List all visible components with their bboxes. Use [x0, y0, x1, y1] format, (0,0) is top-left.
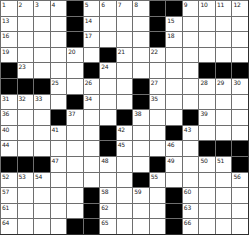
clue-number-2: 2	[19, 1, 23, 8]
clue-number-21: 21	[118, 48, 125, 55]
crossword-cell-r11c5[interactable]	[66, 156, 83, 172]
crossword-cell-r12c1[interactable]: 52	[0, 172, 17, 188]
crossword-cell-r2c7[interactable]	[99, 16, 116, 32]
crossword-cell-r6c5[interactable]	[66, 78, 83, 94]
clue-number-34: 34	[85, 95, 92, 102]
black-cell-r10c13	[198, 140, 215, 156]
crossword-cell-r10c5[interactable]	[66, 140, 83, 156]
crossword-cell-r14c14[interactable]	[215, 203, 232, 219]
clue-number-3: 3	[35, 1, 39, 8]
black-cell-r3c10	[149, 31, 166, 47]
clue-number-19: 19	[2, 48, 9, 55]
crossword-cell-r4c2[interactable]	[17, 47, 34, 63]
crossword-cell-r2c2[interactable]	[17, 16, 34, 32]
crossword-cell-r1c4[interactable]: 4	[50, 0, 67, 16]
crossword-cell-r7c7[interactable]	[99, 94, 116, 110]
crossword-cell-r3c6[interactable]: 17	[83, 31, 100, 47]
crossword-cell-r10c10[interactable]	[149, 140, 166, 156]
crossword-cell-r2c6[interactable]: 14	[83, 16, 100, 32]
crossword-cell-r9c4[interactable]: 41	[50, 125, 67, 141]
clue-number-23: 23	[19, 63, 26, 70]
crossword-cell-r10c8[interactable]: 45	[116, 140, 133, 156]
crossword-cell-r12c8[interactable]	[116, 172, 133, 188]
crossword-puzzle: 1234567891011121314151617181920212223242…	[0, 0, 249, 235]
black-cell-r13c6	[83, 187, 100, 203]
crossword-cell-r2c14[interactable]	[215, 16, 232, 32]
crossword-cell-r14c15[interactable]	[231, 203, 248, 219]
crossword-cell-r12c13[interactable]	[198, 172, 215, 188]
clue-number-4: 4	[52, 1, 56, 8]
crossword-cell-r15c12[interactable]: 66	[182, 218, 199, 234]
black-cell-r10c14	[215, 140, 232, 156]
clue-number-45: 45	[118, 141, 125, 148]
crossword-cell-r10c3[interactable]	[33, 140, 50, 156]
crossword-cell-r3c11[interactable]: 18	[165, 31, 182, 47]
crossword-cell-r13c8[interactable]	[116, 187, 133, 203]
crossword-cell-r11c6[interactable]	[83, 156, 100, 172]
crossword-cell-r14c10[interactable]	[149, 203, 166, 219]
black-cell-r5c13	[198, 62, 215, 78]
crossword-cell-r9c13[interactable]	[198, 125, 215, 141]
clue-number-24: 24	[101, 63, 108, 70]
crossword-cell-r1c12[interactable]: 9	[182, 0, 199, 16]
crossword-cell-r10c4[interactable]	[50, 140, 67, 156]
crossword-cell-r7c11[interactable]	[165, 94, 182, 110]
crossword-cell-r5c11[interactable]	[165, 62, 182, 78]
crossword-cell-r8c6[interactable]	[83, 109, 100, 125]
clue-number-40: 40	[2, 126, 9, 133]
crossword-cell-r13c4[interactable]	[50, 187, 67, 203]
crossword-cell-r8c1[interactable]: 36	[0, 109, 17, 125]
crossword-cell-r7c13[interactable]	[198, 94, 215, 110]
clue-number-62: 62	[101, 204, 108, 211]
crossword-cell-r12c4[interactable]	[50, 172, 67, 188]
crossword-cell-r5c8[interactable]	[116, 62, 133, 78]
crossword-cell-r12c3[interactable]: 54	[33, 172, 50, 188]
black-cell-r1c11	[165, 0, 182, 16]
clue-number-41: 41	[52, 126, 59, 133]
crossword-cell-r15c10[interactable]	[149, 218, 166, 234]
crossword-cell-r4c15[interactable]	[231, 47, 248, 63]
black-cell-r3c5	[66, 31, 83, 47]
crossword-cell-r5c9[interactable]	[132, 62, 149, 78]
crossword-cell-r9c8[interactable]: 42	[116, 125, 133, 141]
crossword-cell-r4c8[interactable]: 21	[116, 47, 133, 63]
clue-number-29: 29	[217, 79, 224, 86]
crossword-cell-r5c7[interactable]: 24	[99, 62, 116, 78]
crossword-cell-r8c15[interactable]	[231, 109, 248, 125]
clue-number-14: 14	[85, 17, 92, 24]
crossword-cell-r15c2[interactable]	[17, 218, 34, 234]
crossword-cell-r2c11[interactable]: 15	[165, 16, 182, 32]
black-cell-r6c3	[33, 78, 50, 94]
clue-number-11: 11	[217, 1, 224, 8]
crossword-cell-r7c14[interactable]	[215, 94, 232, 110]
crossword-cell-r2c15[interactable]	[231, 16, 248, 32]
black-cell-r4c7	[99, 47, 116, 63]
clue-number-28: 28	[200, 79, 207, 86]
crossword-cell-r8c11[interactable]	[165, 109, 182, 125]
crossword-cell-r3c9[interactable]	[132, 31, 149, 47]
crossword-cell-r10c1[interactable]: 44	[0, 140, 17, 156]
crossword-cell-r4c4[interactable]	[50, 47, 67, 63]
crossword-cell-r9c12[interactable]: 43	[182, 125, 199, 141]
crossword-cell-r9c10[interactable]	[149, 125, 166, 141]
crossword-cell-r15c4[interactable]	[50, 218, 67, 234]
crossword-cell-r3c8[interactable]	[116, 31, 133, 47]
crossword-cell-r14c4[interactable]	[50, 203, 67, 219]
crossword-cell-r12c7[interactable]	[99, 172, 116, 188]
black-cell-r11c3	[33, 156, 50, 172]
crossword-cell-r8c9[interactable]: 38	[132, 109, 149, 125]
crossword-cell-r3c4[interactable]	[50, 31, 67, 47]
clue-number-36: 36	[2, 110, 9, 117]
black-cell-r11c2	[17, 156, 34, 172]
crossword-cell-r3c3[interactable]	[33, 31, 50, 47]
crossword-cell-r1c13[interactable]: 10	[198, 0, 215, 16]
black-cell-r15c11	[165, 218, 182, 234]
clue-number-7: 7	[118, 1, 122, 8]
crossword-cell-r7c3[interactable]: 33	[33, 94, 50, 110]
crossword-cell-r8c14[interactable]	[215, 109, 232, 125]
crossword-cell-r6c13[interactable]: 28	[198, 78, 215, 94]
crossword-cell-r7c2[interactable]: 32	[17, 94, 34, 110]
black-cell-r6c9	[132, 78, 149, 94]
clue-number-32: 32	[19, 95, 26, 102]
crossword-cell-r11c11[interactable]: 49	[165, 156, 182, 172]
crossword-cell-r2c1[interactable]: 13	[0, 16, 17, 32]
clue-number-46: 46	[167, 141, 174, 148]
crossword-cell-r2c13[interactable]	[198, 16, 215, 32]
clue-number-48: 48	[101, 157, 108, 164]
black-cell-r5c15	[231, 62, 248, 78]
crossword-cell-r1c9[interactable]: 8	[132, 0, 149, 16]
crossword-cell-r15c9[interactable]	[132, 218, 149, 234]
black-cell-r6c1	[0, 78, 17, 94]
crossword-cell-r7c8[interactable]	[116, 94, 133, 110]
crossword-cell-r15c7[interactable]: 65	[99, 218, 116, 234]
crossword-cell-r13c14[interactable]	[215, 187, 232, 203]
crossword-cell-r15c1[interactable]: 64	[0, 218, 17, 234]
crossword-cell-r9c1[interactable]: 40	[0, 125, 17, 141]
black-cell-r14c11	[165, 203, 182, 219]
crossword-cell-r6c11[interactable]	[165, 78, 182, 94]
clue-number-16: 16	[2, 32, 9, 39]
clue-number-55: 55	[151, 173, 158, 180]
clue-number-22: 22	[151, 48, 158, 55]
black-cell-r10c7	[99, 140, 116, 156]
crossword-cell-r8c5[interactable]: 37	[66, 109, 83, 125]
crossword-cell-r8c10[interactable]	[149, 109, 166, 125]
black-cell-r1c5	[66, 0, 83, 16]
crossword-cell-r8c13[interactable]: 39	[198, 109, 215, 125]
black-cell-r1c10	[149, 0, 166, 16]
crossword-cell-r6c12[interactable]	[182, 78, 199, 94]
crossword-cell-r9c9[interactable]	[132, 125, 149, 141]
crossword-cell-r15c13[interactable]	[198, 218, 215, 234]
crossword-cell-r9c15[interactable]	[231, 125, 248, 141]
black-cell-r11c10	[149, 156, 166, 172]
crossword-cell-r14c7[interactable]: 62	[99, 203, 116, 219]
crossword-cell-r14c1[interactable]: 61	[0, 203, 17, 219]
clue-number-12: 12	[233, 1, 240, 8]
crossword-cell-r13c1[interactable]: 57	[0, 187, 17, 203]
crossword-cell-r5c3[interactable]	[33, 62, 50, 78]
crossword-cell-r1c8[interactable]: 7	[116, 0, 133, 16]
crossword-cell-r14c2[interactable]	[17, 203, 34, 219]
crossword-cell-r2c4[interactable]	[50, 16, 67, 32]
crossword-cell-r12c10[interactable]: 55	[149, 172, 166, 188]
crossword-cell-r11c14[interactable]: 51	[215, 156, 232, 172]
crossword-cell-r4c9[interactable]	[132, 47, 149, 63]
clue-number-63: 63	[184, 204, 191, 211]
crossword-cell-r7c10[interactable]: 35	[149, 94, 166, 110]
clue-number-39: 39	[200, 110, 207, 117]
crossword-cell-r10c6[interactable]	[83, 140, 100, 156]
clue-number-1: 1	[2, 1, 6, 8]
crossword-cell-r2c9[interactable]	[132, 16, 149, 32]
clue-number-44: 44	[2, 141, 9, 148]
crossword-cell-r7c6[interactable]: 34	[83, 94, 100, 110]
crossword-cell-r14c9[interactable]	[132, 203, 149, 219]
black-cell-r13c11	[165, 187, 182, 203]
black-cell-r5c1	[0, 62, 17, 78]
crossword-cell-r11c4[interactable]: 47	[50, 156, 67, 172]
crossword-cell-r4c14[interactable]	[215, 47, 232, 63]
crossword-cell-r11c13[interactable]: 50	[198, 156, 215, 172]
clue-number-8: 8	[134, 1, 138, 8]
crossword-cell-r14c5[interactable]	[66, 203, 83, 219]
crossword-cell-r12c14[interactable]	[215, 172, 232, 188]
crossword-cell-r1c14[interactable]: 11	[215, 0, 232, 16]
black-cell-r10c15	[231, 140, 248, 156]
crossword-cell-r6c15[interactable]: 30	[231, 78, 248, 94]
clue-number-6: 6	[101, 1, 105, 8]
crossword-cell-r13c13[interactable]	[198, 187, 215, 203]
crossword-cell-r4c10[interactable]: 22	[149, 47, 166, 63]
crossword-cell-r8c7[interactable]	[99, 109, 116, 125]
clue-number-53: 53	[19, 173, 26, 180]
clue-number-58: 58	[101, 188, 108, 195]
black-cell-r5c14	[215, 62, 232, 78]
crossword-cell-r10c2[interactable]	[17, 140, 34, 156]
clue-number-59: 59	[134, 188, 141, 195]
crossword-cell-r13c15[interactable]	[231, 187, 248, 203]
crossword-cell-r7c12[interactable]	[182, 94, 199, 110]
black-cell-r9c7	[99, 125, 116, 141]
crossword-cell-r3c13[interactable]	[198, 31, 215, 47]
clue-number-38: 38	[134, 110, 141, 117]
clue-number-18: 18	[167, 32, 174, 39]
clue-number-35: 35	[151, 95, 158, 102]
crossword-cell-r15c3[interactable]	[33, 218, 50, 234]
crossword-cell-r5c10[interactable]	[149, 62, 166, 78]
crossword-cell-r14c3[interactable]	[33, 203, 50, 219]
crossword-cell-r14c8[interactable]	[116, 203, 133, 219]
clue-number-60: 60	[184, 188, 191, 195]
crossword-cell-r10c12[interactable]	[182, 140, 199, 156]
crossword-cell-r1c1[interactable]: 1	[0, 0, 17, 16]
crossword-grid: 1234567891011121314151617181920212223242…	[0, 0, 249, 235]
black-cell-r12c9	[132, 172, 149, 188]
crossword-cell-r6c14[interactable]: 29	[215, 78, 232, 94]
crossword-cell-r15c14[interactable]	[215, 218, 232, 234]
black-cell-r11c15	[231, 156, 248, 172]
crossword-cell-r6c4[interactable]: 25	[50, 78, 67, 94]
crossword-cell-r9c6[interactable]	[83, 125, 100, 141]
crossword-cell-r13c5[interactable]	[66, 187, 83, 203]
crossword-cell-r4c1[interactable]: 19	[0, 47, 17, 63]
clue-number-13: 13	[2, 17, 9, 24]
crossword-cell-r13c2[interactable]	[17, 187, 34, 203]
crossword-cell-r2c12[interactable]	[182, 16, 199, 32]
crossword-cell-r13c12[interactable]: 60	[182, 187, 199, 203]
crossword-cell-r12c5[interactable]	[66, 172, 83, 188]
clue-number-52: 52	[2, 173, 9, 180]
crossword-cell-r7c15[interactable]	[231, 94, 248, 110]
black-cell-r15c5	[66, 218, 83, 234]
clue-number-37: 37	[68, 110, 75, 117]
crossword-cell-r6c8[interactable]	[116, 78, 133, 94]
clue-number-57: 57	[2, 188, 9, 195]
black-cell-r8c4	[50, 109, 67, 125]
clue-number-9: 9	[184, 1, 188, 8]
crossword-cell-r15c8[interactable]	[116, 218, 133, 234]
crossword-cell-r11c12[interactable]	[182, 156, 199, 172]
clue-number-42: 42	[118, 126, 125, 133]
clue-number-50: 50	[200, 157, 207, 164]
crossword-cell-r4c3[interactable]	[33, 47, 50, 63]
crossword-cell-r3c7[interactable]	[99, 31, 116, 47]
crossword-cell-r2c8[interactable]	[116, 16, 133, 32]
crossword-cell-r9c3[interactable]	[33, 125, 50, 141]
crossword-cell-r6c7[interactable]	[99, 78, 116, 94]
clue-number-47: 47	[52, 157, 59, 164]
black-cell-r9c11	[165, 125, 182, 141]
black-cell-r8c8	[116, 109, 133, 125]
clue-number-56: 56	[233, 173, 240, 180]
crossword-cell-r7c1[interactable]: 31	[0, 94, 17, 110]
crossword-cell-r8c2[interactable]	[17, 109, 34, 125]
clue-number-5: 5	[85, 1, 89, 8]
crossword-cell-r2c3[interactable]	[33, 16, 50, 32]
crossword-cell-r4c6[interactable]	[83, 47, 100, 63]
crossword-cell-r7c4[interactable]	[50, 94, 67, 110]
clue-number-66: 66	[184, 219, 191, 226]
clue-number-20: 20	[68, 48, 75, 55]
crossword-cell-r1c7[interactable]: 6	[99, 0, 116, 16]
crossword-cell-r12c6[interactable]	[83, 172, 100, 188]
crossword-cell-r11c8[interactable]	[116, 156, 133, 172]
crossword-cell-r4c5[interactable]: 20	[66, 47, 83, 63]
crossword-cell-r6c6[interactable]: 26	[83, 78, 100, 94]
black-cell-r14c6	[83, 203, 100, 219]
clue-number-30: 30	[233, 79, 240, 86]
crossword-cell-r6c10[interactable]: 27	[149, 78, 166, 94]
crossword-cell-r9c2[interactable]	[17, 125, 34, 141]
crossword-cell-r12c12[interactable]	[182, 172, 199, 188]
black-cell-r7c5	[66, 94, 83, 110]
crossword-cell-r5c2[interactable]: 23	[17, 62, 34, 78]
clue-number-15: 15	[167, 17, 174, 24]
black-cell-r15c6	[83, 218, 100, 234]
crossword-cell-r5c4[interactable]	[50, 62, 67, 78]
black-cell-r2c10	[149, 16, 166, 32]
crossword-cell-r4c13[interactable]	[198, 47, 215, 63]
crossword-cell-r5c5[interactable]	[66, 62, 83, 78]
crossword-cell-r1c2[interactable]: 2	[17, 0, 34, 16]
crossword-cell-r4c11[interactable]	[165, 47, 182, 63]
crossword-cell-r9c14[interactable]	[215, 125, 232, 141]
crossword-cell-r13c9[interactable]: 59	[132, 187, 149, 203]
clue-number-61: 61	[2, 204, 9, 211]
crossword-cell-r10c11[interactable]: 46	[165, 140, 182, 156]
black-cell-r6c2	[17, 78, 34, 94]
crossword-cell-r13c3[interactable]	[33, 187, 50, 203]
black-cell-r11c1	[0, 156, 17, 172]
clue-number-33: 33	[35, 95, 42, 102]
crossword-cell-r13c7[interactable]: 58	[99, 187, 116, 203]
crossword-cell-r14c12[interactable]: 63	[182, 203, 199, 219]
crossword-cell-r11c7[interactable]: 48	[99, 156, 116, 172]
crossword-cell-r9c5[interactable]	[66, 125, 83, 141]
black-cell-r7c9	[132, 94, 149, 110]
crossword-cell-r11c9[interactable]	[132, 156, 149, 172]
clue-number-17: 17	[85, 32, 92, 39]
crossword-cell-r14c13[interactable]	[198, 203, 215, 219]
crossword-cell-r15c15[interactable]	[231, 218, 248, 234]
crossword-cell-r3c12[interactable]	[182, 31, 199, 47]
crossword-cell-r3c2[interactable]	[17, 31, 34, 47]
clue-number-27: 27	[151, 79, 158, 86]
clue-number-10: 10	[200, 1, 207, 8]
crossword-cell-r8c3[interactable]	[33, 109, 50, 125]
clue-number-31: 31	[2, 95, 9, 102]
crossword-cell-r13c10[interactable]	[149, 187, 166, 203]
crossword-cell-r1c3[interactable]: 3	[33, 0, 50, 16]
crossword-cell-r4c12[interactable]	[182, 47, 199, 63]
black-cell-r5c6	[83, 62, 100, 78]
crossword-cell-r5c12[interactable]	[182, 62, 199, 78]
clue-number-25: 25	[52, 79, 59, 86]
clue-number-26: 26	[85, 79, 92, 86]
black-cell-r8c12	[182, 109, 199, 125]
clue-number-65: 65	[101, 219, 108, 226]
crossword-cell-r3c15[interactable]	[231, 31, 248, 47]
clue-number-54: 54	[35, 173, 42, 180]
clue-number-64: 64	[2, 219, 9, 226]
black-cell-r2c5	[66, 16, 83, 32]
crossword-cell-r10c9[interactable]	[132, 140, 149, 156]
crossword-cell-r12c15[interactable]: 56	[231, 172, 248, 188]
clue-number-43: 43	[184, 126, 191, 133]
crossword-cell-r1c15[interactable]: 12	[231, 0, 248, 16]
crossword-cell-r3c1[interactable]: 16	[0, 31, 17, 47]
clue-number-51: 51	[217, 157, 224, 164]
crossword-cell-r3c14[interactable]	[215, 31, 232, 47]
clue-number-49: 49	[167, 157, 174, 164]
crossword-cell-r12c2[interactable]: 53	[17, 172, 34, 188]
crossword-cell-r1c6[interactable]: 5	[83, 0, 100, 16]
crossword-cell-r12c11[interactable]	[165, 172, 182, 188]
